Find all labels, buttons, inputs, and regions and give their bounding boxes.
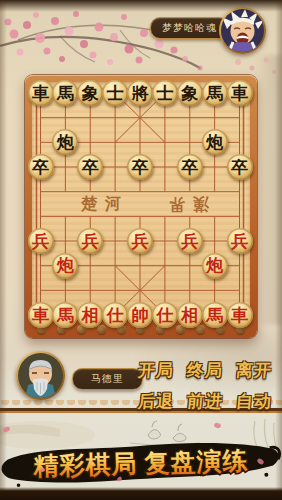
piece-rR-r9c8[interactable]: 車 <box>227 302 253 328</box>
piece-rP-r6c0[interactable]: 兵 <box>28 228 54 254</box>
piece-bA-r0c3[interactable]: 士 <box>102 80 128 106</box>
button-row-2: 后退 前进 自动 <box>138 390 272 413</box>
piece-rP-r6c2[interactable]: 兵 <box>77 228 103 254</box>
end-game-button[interactable]: 终局 <box>186 359 224 382</box>
top-shade <box>0 0 282 12</box>
piece-bR-r0c0[interactable]: 車 <box>28 80 54 106</box>
top-player-nameplate: 梦梦哈哈魂 <box>150 17 229 39</box>
piece-bA-r0c5[interactable]: 士 <box>152 80 178 106</box>
leave-button[interactable]: 离开 <box>235 359 273 382</box>
step-back-button[interactable]: 后退 <box>137 390 175 413</box>
auto-play-button[interactable]: 自动 <box>235 390 273 413</box>
piece-rC-r7c7[interactable]: 炮 <box>202 253 228 279</box>
piece-bP-r3c0[interactable]: 卒 <box>28 154 54 180</box>
piece-rP-r6c8[interactable]: 兵 <box>227 228 253 254</box>
bottom-bar <box>0 487 282 500</box>
piece-bP-r3c8[interactable]: 卒 <box>227 154 253 180</box>
piece-bN-r0c1[interactable]: 馬 <box>52 80 78 106</box>
river-label-right: 漢界 <box>140 192 230 216</box>
xiangqi-board[interactable]: 楚河 漢界 車馬象士將士象馬車炮炮卒卒卒卒卒兵兵兵兵兵炮炮車馬相仕帥仕相馬車 <box>25 75 257 338</box>
top-player-name: 梦梦哈哈魂 <box>162 22 217 33</box>
piece-rC-r7c1[interactable]: 炮 <box>52 253 78 279</box>
piece-bP-r3c2[interactable]: 卒 <box>77 154 103 180</box>
piece-rN-r9c7[interactable]: 馬 <box>202 302 228 328</box>
piece-rR-r9c0[interactable]: 車 <box>28 302 54 328</box>
banner-text: 精彩棋局 复盘演练 <box>32 447 249 480</box>
piece-rA-r9c5[interactable]: 仕 <box>152 302 178 328</box>
piece-rB-r9c6[interactable]: 相 <box>177 302 203 328</box>
screen: 楚河 漢界 車馬象士將士象馬車炮炮卒卒卒卒卒兵兵兵兵兵炮炮車馬相仕帥仕相馬車 梦… <box>0 0 282 500</box>
ink-wash-decor <box>256 55 282 325</box>
top-avatar-portrait <box>221 9 264 52</box>
piece-rP-r6c6[interactable]: 兵 <box>177 228 203 254</box>
step-forward-button[interactable]: 前进 <box>186 390 224 413</box>
piece-rP-r6c4[interactable]: 兵 <box>127 228 153 254</box>
button-row-1: 开局 终局 离开 <box>138 359 272 382</box>
bottom-player-nameplate: 马德里 <box>72 368 143 390</box>
piece-bK-r0c4[interactable]: 將 <box>127 80 153 106</box>
open-game-button[interactable]: 开局 <box>137 359 175 382</box>
promo-banner: 精彩棋局 复盘演练 <box>0 432 282 493</box>
bottom-player-name: 马德里 <box>91 373 124 384</box>
piece-bR-r0c8[interactable]: 車 <box>227 80 253 106</box>
river-label-left: 楚河 <box>60 192 150 216</box>
piece-bC-r2c1[interactable]: 炮 <box>52 129 78 155</box>
piece-bP-r3c4[interactable]: 卒 <box>127 154 153 180</box>
piece-bN-r0c7[interactable]: 馬 <box>202 80 228 106</box>
piece-rK-r9c4[interactable]: 帥 <box>127 302 153 328</box>
board-face: 楚河 漢界 車馬象士將士象馬車炮炮卒卒卒卒卒兵兵兵兵兵炮炮車馬相仕帥仕相馬車 <box>32 82 250 320</box>
top-player-avatar[interactable] <box>219 7 266 54</box>
bottom-avatar-portrait <box>18 353 63 398</box>
control-panel: 开局 终局 离开 后退 前进 自动 <box>138 359 272 421</box>
piece-bB-r0c6[interactable]: 象 <box>177 80 203 106</box>
piece-rA-r9c3[interactable]: 仕 <box>102 302 128 328</box>
piece-bB-r0c2[interactable]: 象 <box>77 80 103 106</box>
piece-bP-r3c6[interactable]: 卒 <box>177 154 203 180</box>
piece-bC-r2c7[interactable]: 炮 <box>202 129 228 155</box>
bottom-player-avatar[interactable] <box>16 351 65 400</box>
